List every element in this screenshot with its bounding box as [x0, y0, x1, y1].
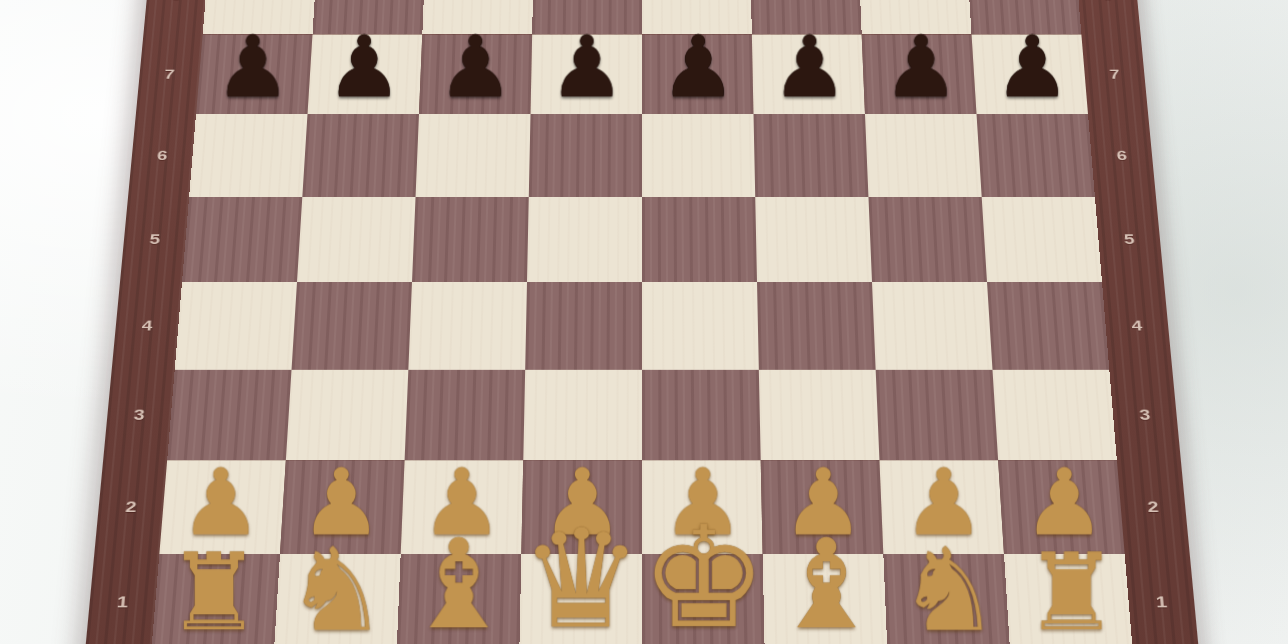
rank-label-1: 1	[85, 554, 159, 644]
square-a4[interactable]	[175, 282, 297, 370]
rank-label-6: 6	[128, 114, 196, 196]
white-bishop-c1[interactable]: ♝	[403, 528, 514, 642]
square-h7[interactable]: ♟	[972, 34, 1089, 114]
black-pawn-g7[interactable]: ♟	[882, 29, 958, 107]
rank-label-2: 2	[94, 460, 167, 554]
white-bishop-f1[interactable]: ♝	[770, 528, 881, 642]
square-e6[interactable]	[642, 114, 755, 196]
square-g7[interactable]: ♟	[862, 34, 977, 114]
black-pawn-h7[interactable]: ♟	[994, 29, 1070, 107]
square-e5[interactable]	[642, 197, 757, 282]
white-knight-g1[interactable]: ♞	[897, 536, 1000, 642]
square-d7[interactable]: ♟	[530, 34, 642, 114]
square-f5[interactable]	[755, 197, 872, 282]
square-e7[interactable]: ♟	[642, 34, 754, 114]
black-pawn-a7[interactable]: ♟	[214, 29, 290, 107]
square-g3[interactable]	[876, 370, 998, 461]
square-g1[interactable]: ♞	[883, 554, 1010, 644]
square-a5[interactable]	[182, 197, 302, 282]
square-c1[interactable]: ♝	[397, 554, 522, 644]
square-c7[interactable]: ♟	[419, 34, 532, 114]
square-b1[interactable]: ♞	[274, 554, 401, 644]
square-f4[interactable]	[757, 282, 876, 370]
square-f1[interactable]: ♝	[763, 554, 888, 644]
rank-label-6: 6	[1088, 114, 1156, 196]
square-f6[interactable]	[754, 114, 869, 196]
rank-label-4: 4	[112, 282, 182, 370]
black-pawn-d7[interactable]: ♟	[548, 29, 624, 107]
rank-label-8: 8	[1075, 0, 1141, 34]
square-b7[interactable]: ♟	[307, 34, 422, 114]
square-c5[interactable]	[412, 197, 529, 282]
rank-label-2: 2	[1117, 460, 1190, 554]
square-d6[interactable]	[529, 114, 642, 196]
rank-label-5: 5	[120, 197, 189, 282]
white-rook-h1[interactable]: ♜	[1023, 544, 1119, 642]
white-knight-b1[interactable]: ♞	[284, 536, 387, 642]
square-h5[interactable]	[982, 197, 1102, 282]
square-a1[interactable]: ♜	[151, 554, 280, 644]
square-e1[interactable]: ♚	[642, 554, 765, 644]
rank-label-1: 1	[1125, 554, 1199, 644]
square-e3[interactable]	[642, 370, 761, 461]
square-h6[interactable]	[977, 114, 1095, 196]
square-a7[interactable]: ♟	[196, 34, 313, 114]
photo-background: 87654321 ♜♞♝♛♚♝♞♜♟♟♟♟♟♟♟♟♟♟♟♟♟♟♟♟♜♞♝♛♚♝♞…	[0, 0, 1288, 644]
white-king-e1[interactable]: ♚	[640, 513, 766, 642]
rank-label-7: 7	[136, 34, 203, 114]
black-pawn-e7[interactable]: ♟	[659, 29, 735, 107]
rank-label-8: 8	[143, 0, 209, 34]
square-g4[interactable]	[872, 282, 992, 370]
black-pawn-c7[interactable]: ♟	[437, 29, 513, 107]
square-a6[interactable]	[189, 114, 307, 196]
square-h4[interactable]	[987, 282, 1109, 370]
black-pawn-f7[interactable]: ♟	[771, 29, 847, 107]
white-queen-d1[interactable]: ♛	[520, 517, 642, 642]
square-b4[interactable]	[292, 282, 412, 370]
square-d4[interactable]	[525, 282, 642, 370]
square-a3[interactable]	[167, 370, 291, 461]
square-h1[interactable]: ♜	[1004, 554, 1133, 644]
square-d5[interactable]	[527, 197, 642, 282]
rank-label-7: 7	[1081, 34, 1148, 114]
rank-label-5: 5	[1095, 197, 1164, 282]
rank-label-4: 4	[1102, 282, 1172, 370]
square-h3[interactable]	[992, 370, 1116, 461]
board-squares: ♜♞♝♛♚♝♞♜♟♟♟♟♟♟♟♟♟♟♟♟♟♟♟♟♜♞♝♛♚♝♞♜	[151, 0, 1132, 644]
square-d3[interactable]	[523, 370, 642, 461]
square-g6[interactable]	[865, 114, 982, 196]
square-b3[interactable]	[286, 370, 408, 461]
square-f3[interactable]	[759, 370, 880, 461]
square-e4[interactable]	[642, 282, 759, 370]
square-g5[interactable]	[868, 197, 987, 282]
white-rook-a1[interactable]: ♜	[165, 544, 261, 642]
square-f7[interactable]: ♟	[752, 34, 865, 114]
chessboard: 87654321 ♜♞♝♛♚♝♞♜♟♟♟♟♟♟♟♟♟♟♟♟♟♟♟♟♜♞♝♛♚♝♞…	[81, 0, 1203, 644]
square-c3[interactable]	[405, 370, 526, 461]
square-d1[interactable]: ♛	[519, 554, 642, 644]
square-c6[interactable]	[416, 114, 531, 196]
square-b5[interactable]	[297, 197, 416, 282]
square-c4[interactable]	[408, 282, 527, 370]
square-b6[interactable]	[302, 114, 419, 196]
rank-label-3: 3	[103, 370, 175, 461]
rank-label-3: 3	[1109, 370, 1181, 461]
black-pawn-b7[interactable]: ♟	[325, 29, 401, 107]
